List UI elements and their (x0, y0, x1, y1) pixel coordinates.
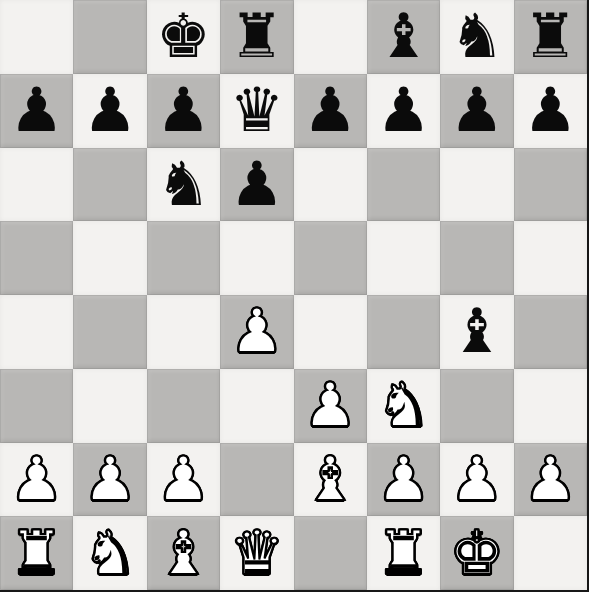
square-a4[interactable] (0, 295, 73, 369)
square-d7[interactable]: ♛ (220, 74, 293, 148)
square-h1[interactable] (514, 516, 587, 590)
black-knight: ♞ (156, 153, 211, 214)
white-knight: ♞ (376, 374, 431, 435)
black-pawn: ♟ (229, 153, 284, 214)
square-f5[interactable] (367, 221, 440, 295)
square-d6[interactable]: ♟ (220, 148, 293, 222)
square-b2[interactable]: ♟ (73, 443, 146, 517)
square-c3[interactable] (147, 369, 220, 443)
square-e7[interactable]: ♟ (294, 74, 367, 148)
square-g2[interactable]: ♟ (440, 443, 513, 517)
black-pawn: ♟ (450, 79, 505, 140)
square-f3[interactable]: ♞ (367, 369, 440, 443)
black-bishop: ♝ (376, 5, 431, 66)
white-pawn: ♟ (156, 448, 211, 509)
black-pawn: ♟ (156, 79, 211, 140)
black-pawn: ♟ (303, 79, 358, 140)
square-e8[interactable] (294, 0, 367, 74)
square-c1[interactable]: ♝ (147, 516, 220, 590)
square-a2[interactable]: ♟ (0, 443, 73, 517)
square-d2[interactable] (220, 443, 293, 517)
square-e3[interactable]: ♟ (294, 369, 367, 443)
black-pawn: ♟ (9, 79, 64, 140)
white-pawn: ♟ (376, 448, 431, 509)
square-e6[interactable] (294, 148, 367, 222)
square-e4[interactable] (294, 295, 367, 369)
black-rook: ♜ (523, 5, 578, 66)
square-h2[interactable]: ♟ (514, 443, 587, 517)
square-a6[interactable] (0, 148, 73, 222)
square-d5[interactable] (220, 221, 293, 295)
square-c2[interactable]: ♟ (147, 443, 220, 517)
square-f7[interactable]: ♟ (367, 74, 440, 148)
white-rook: ♜ (9, 522, 64, 583)
square-g8[interactable]: ♞ (440, 0, 513, 74)
square-g7[interactable]: ♟ (440, 74, 513, 148)
white-pawn: ♟ (9, 448, 64, 509)
square-h3[interactable] (514, 369, 587, 443)
square-h6[interactable] (514, 148, 587, 222)
square-d4[interactable]: ♟ (220, 295, 293, 369)
square-g5[interactable] (440, 221, 513, 295)
square-a3[interactable] (0, 369, 73, 443)
chess-diagram: ♚♜♝♞♜♟♟♟♛♟♟♟♟♞♟♟♝♟♞♟♟♟♝♟♟♟♜♞♝♛♜♚ (0, 0, 589, 592)
square-e1[interactable] (294, 516, 367, 590)
white-pawn: ♟ (523, 448, 578, 509)
square-c5[interactable] (147, 221, 220, 295)
white-bishop: ♝ (303, 448, 358, 509)
square-c7[interactable]: ♟ (147, 74, 220, 148)
square-b6[interactable] (73, 148, 146, 222)
white-knight: ♞ (83, 522, 138, 583)
square-a7[interactable]: ♟ (0, 74, 73, 148)
white-pawn: ♟ (450, 448, 505, 509)
square-f1[interactable]: ♜ (367, 516, 440, 590)
square-e5[interactable] (294, 221, 367, 295)
square-d1[interactable]: ♛ (220, 516, 293, 590)
square-f8[interactable]: ♝ (367, 0, 440, 74)
square-h7[interactable]: ♟ (514, 74, 587, 148)
square-a1[interactable]: ♜ (0, 516, 73, 590)
chess-board: ♚♜♝♞♜♟♟♟♛♟♟♟♟♞♟♟♝♟♞♟♟♟♝♟♟♟♜♞♝♛♜♚ (0, 0, 589, 592)
black-pawn: ♟ (83, 79, 138, 140)
square-f4[interactable] (367, 295, 440, 369)
black-king: ♚ (156, 5, 211, 66)
square-b4[interactable] (73, 295, 146, 369)
square-b7[interactable]: ♟ (73, 74, 146, 148)
square-a8[interactable] (0, 0, 73, 74)
square-d8[interactable]: ♜ (220, 0, 293, 74)
square-h8[interactable]: ♜ (514, 0, 587, 74)
square-d3[interactable] (220, 369, 293, 443)
white-pawn: ♟ (303, 374, 358, 435)
white-pawn: ♟ (229, 300, 284, 361)
square-b8[interactable] (73, 0, 146, 74)
square-c4[interactable] (147, 295, 220, 369)
square-b5[interactable] (73, 221, 146, 295)
square-b3[interactable] (73, 369, 146, 443)
square-c6[interactable]: ♞ (147, 148, 220, 222)
square-g1[interactable]: ♚ (440, 516, 513, 590)
square-c8[interactable]: ♚ (147, 0, 220, 74)
black-pawn: ♟ (523, 79, 578, 140)
square-g6[interactable] (440, 148, 513, 222)
white-bishop: ♝ (156, 522, 211, 583)
square-f2[interactable]: ♟ (367, 443, 440, 517)
black-knight: ♞ (450, 5, 505, 66)
white-pawn: ♟ (83, 448, 138, 509)
white-rook: ♜ (376, 522, 431, 583)
square-a5[interactable] (0, 221, 73, 295)
black-pawn: ♟ (376, 79, 431, 140)
black-queen: ♛ (229, 79, 284, 140)
black-rook: ♜ (229, 5, 284, 66)
white-king: ♚ (450, 522, 505, 583)
white-queen: ♛ (229, 522, 284, 583)
square-g3[interactable] (440, 369, 513, 443)
square-e2[interactable]: ♝ (294, 443, 367, 517)
square-f6[interactable] (367, 148, 440, 222)
square-h5[interactable] (514, 221, 587, 295)
square-b1[interactable]: ♞ (73, 516, 146, 590)
square-g4[interactable]: ♝ (440, 295, 513, 369)
black-bishop: ♝ (450, 300, 505, 361)
square-h4[interactable] (514, 295, 587, 369)
